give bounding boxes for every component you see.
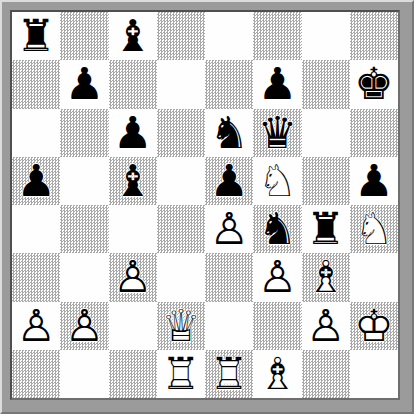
square-f8[interactable] [253,12,301,60]
square-d6[interactable] [157,109,205,157]
square-a5[interactable]: ♟ [12,157,60,205]
square-g5[interactable] [302,157,350,205]
black-bishop: ♝ [109,157,157,205]
black-queen: ♛ [253,109,301,157]
square-c7[interactable] [109,60,157,108]
black-knight: ♞ [253,205,301,253]
square-f5[interactable]: ♞♘ [253,157,301,205]
square-b1[interactable] [60,350,108,398]
square-e5[interactable]: ♟ [205,157,253,205]
square-h8[interactable] [350,12,398,60]
black-rook: ♜ [12,12,60,60]
square-c2[interactable] [109,302,157,350]
black-pawn: ♟ [205,157,253,205]
square-h4[interactable]: ♞♘ [350,205,398,253]
square-c8[interactable]: ♝ [109,12,157,60]
white-pawn: ♟♙ [109,253,157,301]
square-e3[interactable] [205,253,253,301]
black-rook: ♜ [302,205,350,253]
square-d3[interactable] [157,253,205,301]
white-king: ♚♔ [350,302,398,350]
square-b4[interactable] [60,205,108,253]
square-a3[interactable] [12,253,60,301]
square-b8[interactable] [60,12,108,60]
square-g7[interactable] [302,60,350,108]
square-e4[interactable]: ♟♙ [205,205,253,253]
square-e1[interactable]: ♜♖ [205,350,253,398]
square-d2[interactable]: ♛♕ [157,302,205,350]
square-e8[interactable] [205,12,253,60]
square-h1[interactable] [350,350,398,398]
white-bishop: ♝♗ [253,350,301,398]
square-d5[interactable] [157,157,205,205]
white-pawn: ♟♙ [253,253,301,301]
square-d4[interactable] [157,205,205,253]
black-pawn: ♟ [253,60,301,108]
square-g2[interactable]: ♟♙ [302,302,350,350]
chess-board: ♜♝♟♟♚♟♞♛♟♝♟♞♘♟♟♙♞♜♞♘♟♙♟♙♝♗♟♙♟♙♛♕♟♙♚♔♜♖♜♖… [10,10,400,400]
square-e7[interactable] [205,60,253,108]
white-pawn: ♟♙ [302,302,350,350]
square-f6[interactable]: ♛ [253,109,301,157]
square-c4[interactable] [109,205,157,253]
white-rook: ♜♖ [205,350,253,398]
black-knight: ♞ [205,109,253,157]
white-rook: ♜♖ [157,350,205,398]
square-g4[interactable]: ♜ [302,205,350,253]
square-h5[interactable]: ♟ [350,157,398,205]
square-a2[interactable]: ♟♙ [12,302,60,350]
black-pawn: ♟ [60,60,108,108]
black-bishop: ♝ [109,12,157,60]
square-a6[interactable] [12,109,60,157]
black-king: ♚ [350,60,398,108]
white-pawn: ♟♙ [12,302,60,350]
square-d8[interactable] [157,12,205,60]
square-c5[interactable]: ♝ [109,157,157,205]
square-d7[interactable] [157,60,205,108]
square-e2[interactable] [205,302,253,350]
square-f2[interactable] [253,302,301,350]
square-g3[interactable]: ♝♗ [302,253,350,301]
square-b5[interactable] [60,157,108,205]
square-h7[interactable]: ♚ [350,60,398,108]
square-g1[interactable] [302,350,350,398]
square-b2[interactable]: ♟♙ [60,302,108,350]
square-c6[interactable]: ♟ [109,109,157,157]
square-c3[interactable]: ♟♙ [109,253,157,301]
white-pawn: ♟♙ [205,205,253,253]
square-g6[interactable] [302,109,350,157]
square-a7[interactable] [12,60,60,108]
square-a4[interactable] [12,205,60,253]
square-d1[interactable]: ♜♖ [157,350,205,398]
white-bishop: ♝♗ [302,253,350,301]
square-a1[interactable] [12,350,60,398]
white-knight: ♞♘ [350,205,398,253]
white-pawn: ♟♙ [60,302,108,350]
square-f7[interactable]: ♟ [253,60,301,108]
white-knight: ♞♘ [253,157,301,205]
square-c1[interactable] [109,350,157,398]
square-h6[interactable] [350,109,398,157]
black-pawn: ♟ [350,157,398,205]
square-h2[interactable]: ♚♔ [350,302,398,350]
square-b3[interactable] [60,253,108,301]
square-g8[interactable] [302,12,350,60]
square-f4[interactable]: ♞ [253,205,301,253]
black-pawn: ♟ [109,109,157,157]
board-frame: ♜♝♟♟♚♟♞♛♟♝♟♞♘♟♟♙♞♜♞♘♟♙♟♙♝♗♟♙♟♙♛♕♟♙♚♔♜♖♜♖… [0,0,414,414]
square-e6[interactable]: ♞ [205,109,253,157]
square-h3[interactable] [350,253,398,301]
black-pawn: ♟ [12,157,60,205]
square-f3[interactable]: ♟♙ [253,253,301,301]
square-b6[interactable] [60,109,108,157]
white-queen: ♛♕ [157,302,205,350]
square-a8[interactable]: ♜ [12,12,60,60]
square-f1[interactable]: ♝♗ [253,350,301,398]
square-b7[interactable]: ♟ [60,60,108,108]
